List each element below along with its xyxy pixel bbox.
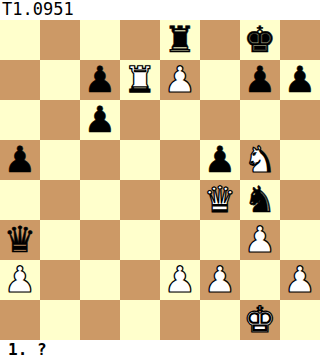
square-d3[interactable] (120, 220, 160, 260)
black-pawn: ♟ (80, 100, 120, 140)
square-f8[interactable] (200, 20, 240, 60)
square-g1[interactable]: ♚ (240, 300, 280, 340)
square-d4[interactable] (120, 180, 160, 220)
square-h7[interactable]: ♟ (280, 60, 320, 100)
square-b6[interactable] (40, 100, 80, 140)
black-pawn: ♟ (80, 60, 120, 100)
square-a6[interactable] (0, 100, 40, 140)
white-pawn: ♟ (0, 260, 40, 300)
square-a3[interactable]: ♛ (0, 220, 40, 260)
square-g2[interactable] (240, 260, 280, 300)
square-g8[interactable]: ♚ (240, 20, 280, 60)
square-d7[interactable]: ♜ (120, 60, 160, 100)
square-h5[interactable] (280, 140, 320, 180)
square-f7[interactable] (200, 60, 240, 100)
square-c1[interactable] (80, 300, 120, 340)
chess-board: ♜♚♟♜♟♟♟♟♟♟♞♛♞♛♟♟♟♟♟♚ (0, 20, 320, 340)
square-a2[interactable]: ♟ (0, 260, 40, 300)
square-f3[interactable] (200, 220, 240, 260)
black-king: ♚ (240, 20, 280, 60)
square-b5[interactable] (40, 140, 80, 180)
square-e6[interactable] (160, 100, 200, 140)
white-king: ♚ (240, 300, 280, 340)
square-g3[interactable]: ♟ (240, 220, 280, 260)
square-e1[interactable] (160, 300, 200, 340)
puzzle-id-label: T1.0951 (0, 0, 320, 20)
square-h6[interactable] (280, 100, 320, 140)
square-d2[interactable] (120, 260, 160, 300)
square-g4[interactable]: ♞ (240, 180, 280, 220)
square-b8[interactable] (40, 20, 80, 60)
square-c7[interactable]: ♟ (80, 60, 120, 100)
square-e3[interactable] (160, 220, 200, 260)
square-e8[interactable]: ♜ (160, 20, 200, 60)
square-a5[interactable]: ♟ (0, 140, 40, 180)
square-g7[interactable]: ♟ (240, 60, 280, 100)
square-f4[interactable]: ♛ (200, 180, 240, 220)
square-b7[interactable] (40, 60, 80, 100)
square-a8[interactable] (0, 20, 40, 60)
square-d1[interactable] (120, 300, 160, 340)
square-e7[interactable]: ♟ (160, 60, 200, 100)
square-b1[interactable] (40, 300, 80, 340)
square-c8[interactable] (80, 20, 120, 60)
move-prompt: 1. ? (0, 340, 320, 360)
square-a7[interactable] (0, 60, 40, 100)
white-pawn: ♟ (160, 60, 200, 100)
square-e5[interactable] (160, 140, 200, 180)
white-pawn: ♟ (240, 220, 280, 260)
black-pawn: ♟ (280, 60, 320, 100)
square-a4[interactable] (0, 180, 40, 220)
square-c2[interactable] (80, 260, 120, 300)
square-g6[interactable] (240, 100, 280, 140)
square-d8[interactable] (120, 20, 160, 60)
square-f1[interactable] (200, 300, 240, 340)
square-a1[interactable] (0, 300, 40, 340)
white-pawn: ♟ (280, 260, 320, 300)
square-b2[interactable] (40, 260, 80, 300)
square-c6[interactable]: ♟ (80, 100, 120, 140)
white-pawn: ♟ (160, 260, 200, 300)
square-g5[interactable]: ♞ (240, 140, 280, 180)
black-rook: ♜ (160, 20, 200, 60)
square-d6[interactable] (120, 100, 160, 140)
square-c3[interactable] (80, 220, 120, 260)
square-f5[interactable]: ♟ (200, 140, 240, 180)
square-h1[interactable] (280, 300, 320, 340)
square-c4[interactable] (80, 180, 120, 220)
black-pawn: ♟ (240, 60, 280, 100)
square-f2[interactable]: ♟ (200, 260, 240, 300)
square-h2[interactable]: ♟ (280, 260, 320, 300)
black-queen: ♛ (0, 220, 40, 260)
white-pawn: ♟ (200, 260, 240, 300)
black-pawn: ♟ (0, 140, 40, 180)
square-e2[interactable]: ♟ (160, 260, 200, 300)
square-b4[interactable] (40, 180, 80, 220)
white-rook: ♜ (120, 60, 160, 100)
square-b3[interactable] (40, 220, 80, 260)
square-e4[interactable] (160, 180, 200, 220)
square-h8[interactable] (280, 20, 320, 60)
square-d5[interactable] (120, 140, 160, 180)
white-knight: ♞ (240, 140, 280, 180)
black-knight: ♞ (240, 180, 280, 220)
square-h3[interactable] (280, 220, 320, 260)
white-queen: ♛ (200, 180, 240, 220)
chess-app-window: T1.0951 ♜♚♟♜♟♟♟♟♟♟♞♛♞♛♟♟♟♟♟♚ 1. ? (0, 0, 320, 360)
square-c5[interactable] (80, 140, 120, 180)
square-f6[interactable] (200, 100, 240, 140)
black-pawn: ♟ (200, 140, 240, 180)
square-h4[interactable] (280, 180, 320, 220)
